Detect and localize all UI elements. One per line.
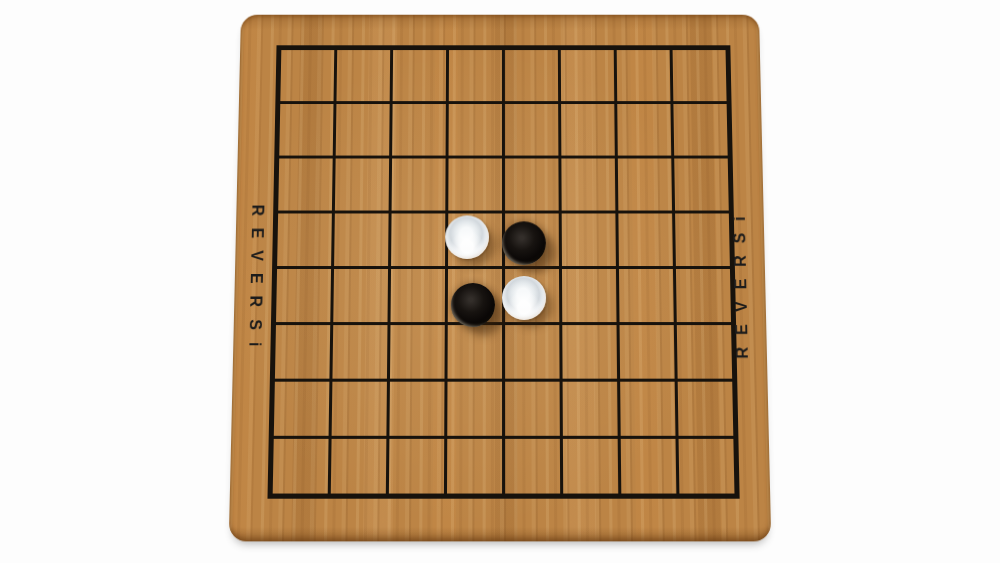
cell-f7[interactable] xyxy=(563,382,621,439)
cell-e2[interactable] xyxy=(505,104,561,158)
cell-c1[interactable] xyxy=(393,50,449,104)
cell-b1[interactable] xyxy=(336,50,393,104)
cell-a2[interactable] xyxy=(279,104,336,158)
cell-a8[interactable] xyxy=(273,439,332,494)
cell-f5[interactable] xyxy=(562,269,620,325)
cell-b5[interactable] xyxy=(333,269,391,325)
cell-g7[interactable] xyxy=(620,382,678,439)
disc-black-e4[interactable] xyxy=(501,221,545,265)
cell-f3[interactable] xyxy=(561,158,618,213)
cell-d6[interactable] xyxy=(448,325,506,382)
cell-h7[interactable] xyxy=(678,382,734,439)
cell-f4[interactable] xyxy=(562,213,619,269)
cell-c5[interactable] xyxy=(390,269,448,325)
cell-a3[interactable] xyxy=(278,158,336,213)
cell-e3[interactable] xyxy=(505,158,562,213)
cell-e7[interactable] xyxy=(505,382,563,439)
cell-c2[interactable] xyxy=(392,104,449,158)
cell-c4[interactable] xyxy=(391,213,448,269)
cell-g2[interactable] xyxy=(617,104,674,158)
cell-f2[interactable] xyxy=(561,104,618,158)
cell-g5[interactable] xyxy=(619,269,677,325)
cell-f8[interactable] xyxy=(563,439,621,494)
cell-h6[interactable] xyxy=(677,325,732,382)
board-grid xyxy=(267,45,739,498)
cell-c7[interactable] xyxy=(389,382,447,439)
cell-g3[interactable] xyxy=(618,158,675,213)
cell-f1[interactable] xyxy=(561,50,617,104)
cell-g1[interactable] xyxy=(617,50,674,104)
cell-b8[interactable] xyxy=(331,439,390,494)
cell-a5[interactable] xyxy=(276,269,334,325)
cell-b6[interactable] xyxy=(332,325,390,382)
cell-h2[interactable] xyxy=(673,104,727,158)
board-brand-right: REVERSi xyxy=(731,204,752,358)
reversi-board: REVERSi REVERSi xyxy=(229,15,771,542)
cell-e6[interactable] xyxy=(505,325,563,382)
cell-h1[interactable] xyxy=(673,50,727,104)
cell-b3[interactable] xyxy=(335,158,392,213)
cell-h4[interactable] xyxy=(675,213,730,269)
board-brand-left: REVERSi xyxy=(245,204,266,358)
cell-a7[interactable] xyxy=(274,382,333,439)
cell-h3[interactable] xyxy=(674,158,729,213)
cell-d1[interactable] xyxy=(449,50,505,104)
cell-d8[interactable] xyxy=(447,439,505,494)
cell-g6[interactable] xyxy=(620,325,678,382)
cell-h8[interactable] xyxy=(679,439,735,494)
cell-f6[interactable] xyxy=(562,325,620,382)
cell-d7[interactable] xyxy=(447,382,505,439)
disc-white-d4[interactable] xyxy=(445,215,489,259)
cell-d2[interactable] xyxy=(449,104,505,158)
photo-stage: REVERSi REVERSi xyxy=(0,0,1000,563)
cell-c3[interactable] xyxy=(392,158,449,213)
cell-b2[interactable] xyxy=(336,104,393,158)
board-brand-left-wrap: REVERSi xyxy=(240,15,271,542)
cell-a4[interactable] xyxy=(277,213,335,269)
cell-d3[interactable] xyxy=(448,158,505,213)
disc-black-d5[interactable] xyxy=(450,283,494,327)
cell-e1[interactable] xyxy=(505,50,561,104)
cell-e8[interactable] xyxy=(505,439,563,494)
cell-g8[interactable] xyxy=(621,439,680,494)
cell-b4[interactable] xyxy=(334,213,392,269)
cell-a1[interactable] xyxy=(280,50,337,104)
cell-h5[interactable] xyxy=(676,269,731,325)
cell-b7[interactable] xyxy=(332,382,390,439)
cell-g4[interactable] xyxy=(618,213,676,269)
disc-white-e5[interactable] xyxy=(502,276,546,320)
cell-c8[interactable] xyxy=(389,439,447,494)
cell-a6[interactable] xyxy=(275,325,333,382)
cell-c6[interactable] xyxy=(390,325,448,382)
